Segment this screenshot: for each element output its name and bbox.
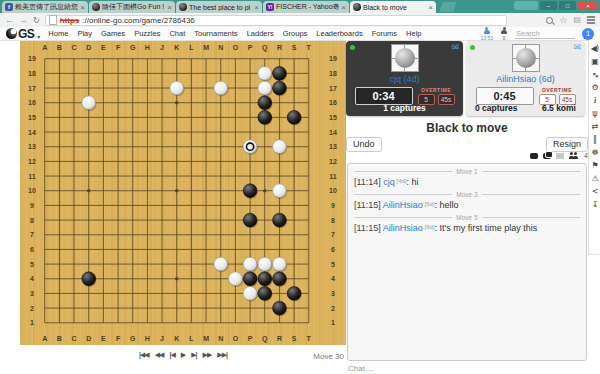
- stone-black-R18: [273, 66, 287, 80]
- address-bar: ← → ↻ https ://online-go.com/game/278643…: [0, 13, 600, 27]
- close-button[interactable]: ×: [578, 1, 598, 10]
- nav-item-play[interactable]: Play: [77, 29, 92, 38]
- browser-menu-icon[interactable]: [587, 19, 595, 21]
- board-coordinate: C: [72, 44, 77, 51]
- board-coordinate: 7: [331, 231, 335, 238]
- back-10-button[interactable]: ◀◀: [155, 351, 164, 358]
- stone-white-P5: [243, 257, 257, 271]
- message-envelope-icon[interactable]: [573, 43, 581, 52]
- tab-close-icon[interactable]: ×: [428, 3, 433, 12]
- move-divider: Move 1: [354, 168, 580, 175]
- move-tree-icon[interactable]: ψ: [592, 110, 596, 118]
- komi-label: 6.5 komi: [542, 103, 576, 113]
- tab-title: FISCHER - Yahoo奇...: [276, 2, 339, 12]
- captures-black: 1 captures: [383, 103, 426, 113]
- overtime-label: OVERTIME: [421, 87, 451, 93]
- logo-text: GS: [18, 27, 34, 41]
- nav-item-tournaments[interactable]: Tournaments: [194, 29, 237, 38]
- chat-user-link[interactable]: AilinHsiao: [383, 200, 423, 210]
- stone-black-D4: [82, 272, 96, 286]
- new-tab-button[interactable]: [439, 2, 456, 12]
- board-coordinate: 16: [329, 99, 337, 106]
- board-coordinate: H: [145, 44, 150, 51]
- ogs-logo[interactable]: GS: [6, 25, 40, 43]
- chat-user-link[interactable]: AilinHsiao: [383, 223, 423, 233]
- board-coordinate: O: [233, 44, 239, 51]
- navbar-right: 13:53 0 1: [480, 27, 594, 41]
- nav-menu: HomePlayGamesPuzzlesChatTournamentsLadde…: [48, 29, 421, 38]
- board-coordinate: K: [174, 335, 179, 342]
- forward-icon[interactable]: →: [19, 16, 28, 25]
- page: { "browser": { "tabs": [ {"title": "賴美雲傳…: [0, 0, 600, 374]
- friends-stat[interactable]: 13:53: [480, 27, 493, 41]
- board-coordinate: 6: [30, 246, 34, 253]
- friends-count: 13:53: [480, 36, 493, 41]
- board-coordinate: 12: [28, 158, 36, 165]
- board-coordinate: P: [248, 335, 253, 342]
- maximize-button[interactable]: □: [559, 1, 576, 10]
- resize-icon[interactable]: ↔: [590, 70, 600, 80]
- url-box[interactable]: https ://online-go.com/game/2786436: [45, 15, 507, 26]
- board-coordinate: D: [86, 44, 91, 51]
- groups-stat[interactable]: 0: [500, 27, 508, 41]
- board-coordinate: 19: [28, 55, 36, 62]
- nav-item-ladders[interactable]: Ladders: [247, 29, 274, 38]
- board-coordinate: T: [307, 335, 312, 342]
- stone-black-R4: [273, 272, 287, 286]
- nav-item-chat[interactable]: Chat: [169, 29, 185, 38]
- download-icon[interactable]: ↧: [592, 201, 598, 209]
- message-envelope-icon[interactable]: [451, 43, 459, 52]
- browser-tab-1[interactable]: f賴美雲傳了訊息給您×: [2, 1, 88, 13]
- chevron-down-icon[interactable]: [35, 25, 40, 43]
- board-coordinate: N: [218, 335, 223, 342]
- extension-icon[interactable]: ▤: [573, 16, 581, 24]
- flag-icon[interactable]: ⚑: [591, 162, 597, 170]
- observers-icon[interactable]: [569, 152, 579, 159]
- jump-to-start-button[interactable]: |◀◀: [139, 351, 149, 358]
- board-coordinate: 14: [329, 129, 337, 136]
- board-coordinate: 5: [331, 261, 335, 268]
- tab-title: The best place to pl: [189, 4, 252, 11]
- player-card-white: AilinHsiao (6d) 0:45 OVERTIME 5 45s 0 ca…: [466, 41, 585, 116]
- board-coordinate: 12: [329, 158, 337, 165]
- group-count: 0: [503, 36, 506, 41]
- zoom-icon[interactable]: [546, 17, 553, 24]
- stone-black-Q3: [258, 287, 272, 301]
- tab-close-icon[interactable]: ×: [341, 3, 346, 12]
- wheel-icon[interactable]: ☸: [591, 149, 597, 157]
- undo-button[interactable]: Undo: [346, 137, 382, 152]
- stone-white-R10: [273, 184, 287, 198]
- board-coordinate: 13: [28, 143, 36, 150]
- stone-white-Q5: [258, 257, 272, 271]
- board-coordinate: 6: [331, 246, 335, 253]
- browser-tab-3[interactable]: The best place to pl×: [176, 1, 262, 13]
- board-coordinate: L: [189, 335, 194, 342]
- yahoo-favicon-icon: Y!: [266, 3, 274, 11]
- tab-strip: f賴美雲傳了訊息給您×隨佳下圍棋Go Fun !×The best place …: [2, 1, 455, 13]
- board-coordinate: 17: [329, 85, 337, 92]
- forward-10-button[interactable]: ▶▶: [203, 351, 212, 358]
- player-name-white[interactable]: AilinHsiao (6d): [466, 74, 585, 84]
- board-coordinate: 9: [331, 202, 335, 209]
- stone-black-R2: [273, 301, 287, 315]
- go-stone-favicon-icon: [179, 3, 187, 11]
- address-bar-icons: ☆ ▤: [546, 16, 595, 25]
- window-buttons: –□×: [514, 1, 598, 10]
- chat-input[interactable]: [348, 363, 588, 373]
- board-coordinate: O: [233, 335, 239, 342]
- nav-item-leaderboards[interactable]: Leaderboards: [316, 29, 362, 38]
- captures-row: 1 captures: [346, 103, 463, 113]
- tab-title: Black to move: [363, 4, 426, 11]
- stone-black-Q16: [258, 96, 272, 110]
- go-stone-favicon-icon: [353, 3, 361, 11]
- player-rank-text: (4d): [404, 74, 420, 84]
- stone-black-P8: [243, 213, 257, 227]
- chat-message: [11:14] cjq [4d]: hi: [354, 177, 580, 188]
- chat-message: [11:15] AilinHsiao [6d]: It's my first t…: [354, 223, 580, 234]
- board-coordinate: H: [145, 335, 150, 342]
- board-coordinate: Q: [262, 44, 268, 52]
- board-coordinate: 13: [329, 143, 337, 150]
- board-coordinate: C: [72, 335, 77, 342]
- board-coordinate: J: [160, 335, 164, 342]
- board-coordinate: B: [57, 335, 62, 342]
- board-coordinate: F: [116, 44, 121, 51]
- tab-close-icon[interactable]: ×: [254, 3, 259, 12]
- warning-icon[interactable]: ⚠: [591, 175, 597, 183]
- board-coordinate: B: [57, 44, 62, 51]
- board-coordinate: G: [130, 44, 136, 51]
- back-1-button[interactable]: |◀: [169, 351, 174, 358]
- avatar-black[interactable]: [391, 44, 419, 72]
- board-coordinate: 18: [28, 70, 36, 77]
- playback-buttons: |◀◀◀◀|◀▶▶|▶▶▶▶|: [20, 348, 346, 358]
- share-icon[interactable]: <: [592, 188, 598, 196]
- stone-white-P3: [243, 287, 257, 301]
- board-coordinate: J: [160, 44, 164, 51]
- settings-icon[interactable]: ⚙: [591, 84, 597, 92]
- forward-1-button[interactable]: ▶|: [191, 351, 196, 358]
- board-coordinate: 4: [331, 275, 335, 282]
- board-coordinate: 1: [331, 319, 335, 326]
- print-icon[interactable]: [556, 153, 564, 159]
- overtime-label: OVERTIME: [542, 87, 572, 93]
- people-icon: [500, 27, 508, 35]
- browser-titlebar: f賴美雲傳了訊息給您×隨佳下圍棋Go Fun !×The best place …: [0, 0, 600, 13]
- nav-item-groups[interactable]: Groups: [283, 29, 308, 38]
- board-coordinate: 4: [30, 275, 34, 282]
- stone-black-Q15: [258, 110, 272, 124]
- nav-item-help[interactable]: Help: [406, 29, 421, 38]
- avatar-white[interactable]: [512, 44, 540, 72]
- browser-tab-4[interactable]: Y!FISCHER - Yahoo奇...×: [263, 1, 349, 13]
- player-name-text: AilinHsiao: [496, 74, 536, 84]
- board-coordinate: 8: [30, 217, 34, 224]
- site-navbar: GS HomePlayGamesPuzzlesChatTournamentsLa…: [0, 27, 600, 41]
- board-coordinate: 10: [28, 187, 36, 194]
- chat-message: [11:15] AilinHsiao [6d]: hello: [354, 200, 580, 211]
- move-number-label: Move 30: [313, 352, 344, 361]
- search-input[interactable]: [515, 28, 575, 39]
- swap-icon[interactable]: ⇄: [592, 123, 598, 131]
- board-coordinate: E: [101, 44, 106, 51]
- chat-user-link[interactable]: cjq: [383, 177, 395, 187]
- board-coordinate: 19: [329, 55, 337, 62]
- move-divider: Move 5: [354, 214, 580, 221]
- browser-extension-button[interactable]: [514, 1, 538, 10]
- volume-icon[interactable]: ◀): [591, 45, 598, 53]
- info-icon[interactable]: i: [594, 97, 595, 105]
- stone-white-K17: [170, 81, 184, 95]
- move-controls: |◀◀◀◀|◀▶▶|▶▶▶▶| Move 30: [20, 348, 346, 364]
- stone-black-P4: [243, 272, 257, 286]
- turn-status: Black to move: [346, 121, 588, 135]
- stone-white-P13: [243, 140, 257, 154]
- board-coordinate: K: [174, 44, 179, 51]
- tab-title: 賴美雲傳了訊息給您: [15, 2, 78, 12]
- resign-button[interactable]: Resign: [546, 137, 588, 152]
- board-coordinate: 1: [30, 319, 34, 326]
- stone-white-Q18: [258, 66, 272, 80]
- tab-title: 隨佳下圍棋Go Fun !: [102, 2, 165, 12]
- board-coordinate: 15: [329, 114, 337, 121]
- board-coordinate: L: [189, 44, 194, 51]
- board-coordinate: 10: [329, 187, 337, 194]
- board-coordinate: D: [86, 335, 91, 342]
- bookmark-star-icon[interactable]: ☆: [559, 16, 567, 25]
- board-coordinate: A: [42, 44, 47, 51]
- board-coordinate: 7: [30, 231, 34, 238]
- goban-container: AABBCCDDEEFFGGHHJJKKLLMMNNOOPPQQRRSSTT11…: [20, 41, 346, 345]
- move-divider: Move 3: [354, 191, 580, 198]
- tab-close-icon[interactable]: ×: [167, 3, 172, 12]
- stone-black-R17: [273, 81, 287, 95]
- nav-item-forums[interactable]: Forums: [372, 29, 397, 38]
- board-coordinate: A: [42, 335, 47, 342]
- go-stone-favicon-icon: [92, 3, 100, 11]
- stone-black-Q4: [258, 272, 272, 286]
- board-coordinate: F: [116, 335, 121, 342]
- board-coordinate: S: [292, 44, 297, 51]
- player-name-black[interactable]: cjq (4d): [346, 74, 463, 84]
- board-coordinate: 17: [28, 85, 36, 92]
- stone-black-P10: [243, 184, 257, 198]
- board-coordinate: S: [292, 335, 297, 342]
- board-coordinate: Q: [262, 335, 268, 343]
- person-icon: [483, 27, 491, 35]
- board-coordinate: M: [203, 44, 209, 51]
- board-coordinate: 3: [30, 290, 34, 297]
- board-coordinate: 8: [331, 217, 335, 224]
- stone-white-R13: [273, 140, 287, 154]
- chat-toolbar: 4: [530, 152, 588, 159]
- online-indicator: [350, 45, 355, 50]
- url-text: ://online-go.com/game/2786436: [82, 16, 195, 25]
- facebook-favicon-icon: f: [5, 3, 13, 11]
- nav-item-puzzles[interactable]: Puzzles: [134, 29, 160, 38]
- board-coordinate: 15: [28, 114, 36, 121]
- player-rank-text: (6d): [539, 74, 555, 84]
- back-icon[interactable]: ←: [5, 16, 14, 25]
- stone-white-Q17: [258, 81, 272, 95]
- board-coordinate: R: [277, 44, 282, 51]
- board-coordinate: 3: [331, 290, 335, 297]
- board-coordinate: 16: [28, 99, 36, 106]
- board-coordinate: 18: [329, 70, 337, 77]
- chat-bubbles-icon[interactable]: [543, 153, 551, 159]
- chat-log[interactable]: Move 1[11:14] cjq [4d]: hiMove 3[11:15] …: [347, 163, 587, 361]
- stone-white-N17: [214, 81, 228, 95]
- nav-item-home[interactable]: Home: [48, 29, 68, 38]
- captures-row: 0 captures 6.5 komi: [466, 103, 585, 113]
- board-coordinate: 11: [329, 173, 337, 180]
- reload-icon[interactable]: ↻: [33, 16, 40, 25]
- stone-black-S15: [287, 110, 301, 124]
- stone-white-D16: [82, 96, 96, 110]
- jump-to-end-button[interactable]: ▶▶|: [217, 351, 227, 358]
- stone-white-R5: [273, 257, 287, 271]
- go-stone-logo-icon: [6, 28, 17, 39]
- board-coordinate: G: [130, 335, 136, 342]
- stone-white-O4: [229, 272, 243, 286]
- minimize-button[interactable]: –: [540, 1, 557, 10]
- stone-black-R8: [273, 213, 287, 227]
- page-security-icon[interactable]: [49, 15, 57, 25]
- board-coordinate: M: [203, 335, 209, 342]
- board-coordinate: P: [248, 44, 253, 51]
- goban[interactable]: AABBCCDDEEFFGGHHJJKKLLMMNNOOPPQQRRSSTT11…: [20, 41, 346, 345]
- stone-black-S3: [287, 287, 301, 301]
- game-tools-strip: ◀)▣↔⚙iψ⇄‖☸⚑⚠<↧: [588, 40, 600, 255]
- captures-white: 0 captures: [475, 103, 518, 113]
- url-protocol: https: [60, 16, 80, 25]
- board-coordinate: 14: [28, 129, 36, 136]
- play-button[interactable]: ▶: [181, 351, 185, 358]
- notification-badge[interactable]: 1: [582, 28, 594, 40]
- online-indicator: [470, 45, 475, 50]
- chat-bubble-icon[interactable]: [530, 153, 538, 159]
- board-coordinate: 2: [30, 305, 34, 312]
- browser-tab-2[interactable]: 隨佳下圍棋Go Fun !×: [89, 1, 175, 13]
- board-coordinate: 2: [331, 305, 335, 312]
- board-coordinate: R: [277, 335, 282, 342]
- board-coordinate: 9: [30, 202, 34, 209]
- board-coordinate: 5: [30, 261, 34, 268]
- nav-item-games[interactable]: Games: [101, 29, 125, 38]
- player-name-text: cjq: [389, 74, 401, 84]
- browser-tab-5[interactable]: Black to move×: [350, 1, 436, 13]
- board-coordinate: N: [218, 44, 223, 51]
- tab-close-icon[interactable]: ×: [80, 3, 85, 12]
- board-zoom-icon[interactable]: ▣: [591, 58, 598, 66]
- board-coordinate: E: [101, 335, 106, 342]
- pause-icon[interactable]: ‖: [593, 136, 596, 144]
- stone-white-N5: [214, 257, 228, 271]
- board-coordinate: 11: [28, 173, 36, 180]
- board-coordinate: T: [307, 44, 312, 51]
- player-card-black: cjq (4d) 0:34 OVERTIME 5 45s 1 captures: [346, 41, 463, 116]
